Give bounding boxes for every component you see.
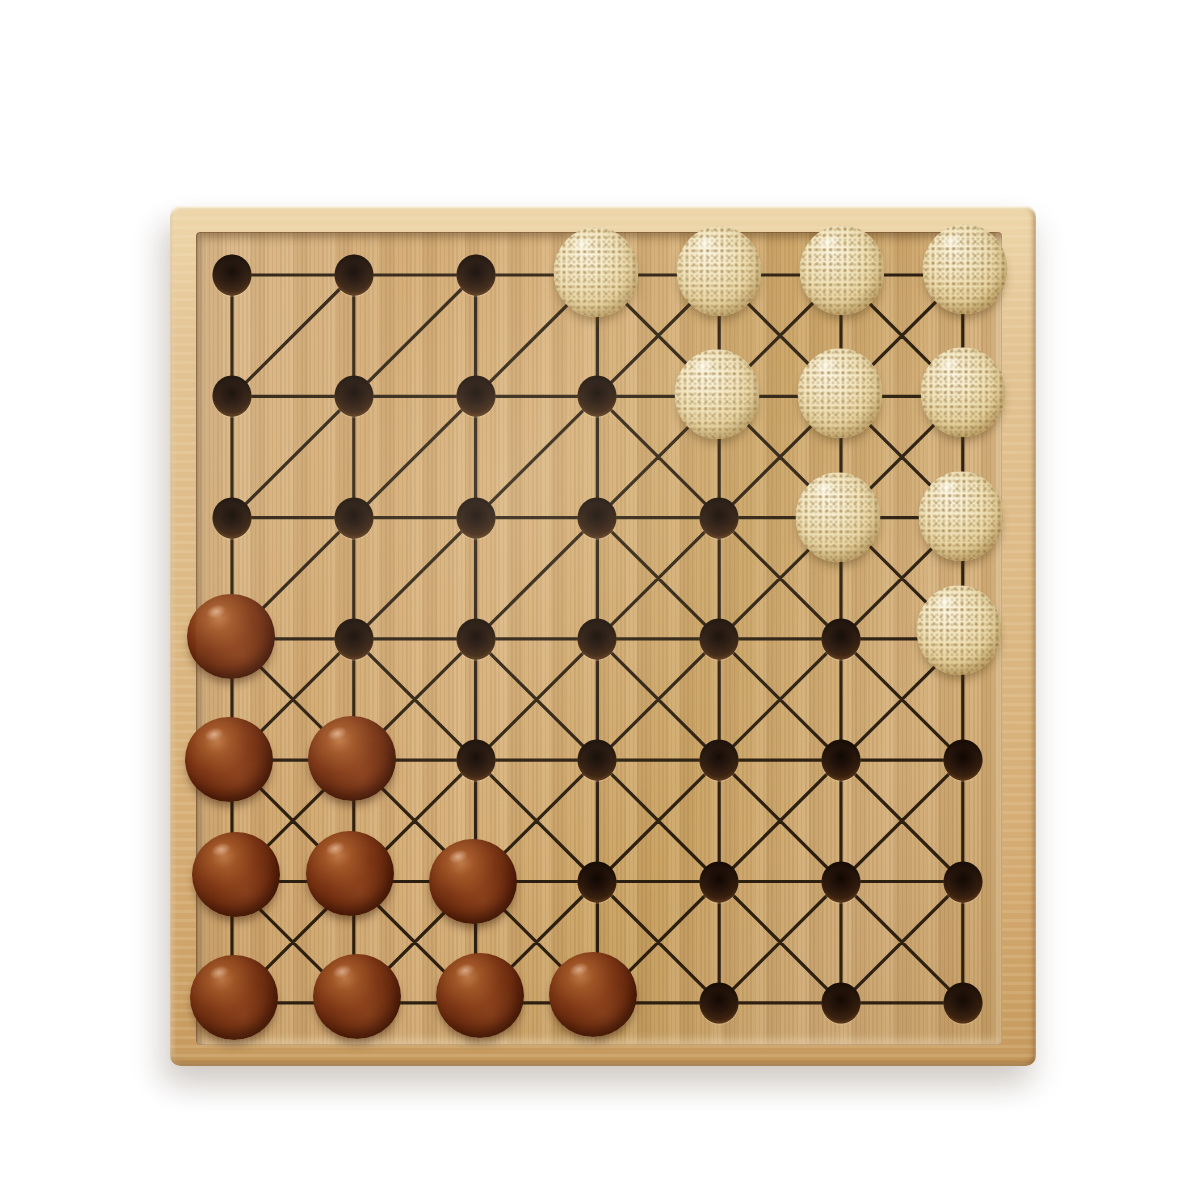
board-point[interactable] bbox=[700, 497, 739, 538]
light-ball[interactable] bbox=[800, 225, 885, 315]
board-point[interactable] bbox=[822, 861, 861, 902]
board-point[interactable] bbox=[456, 497, 495, 538]
board-point[interactable] bbox=[578, 618, 617, 659]
board-point[interactable] bbox=[822, 740, 861, 781]
board-point[interactable] bbox=[456, 618, 495, 659]
board-point[interactable] bbox=[943, 982, 982, 1023]
board-point[interactable] bbox=[943, 861, 982, 902]
board-point[interactable] bbox=[578, 376, 617, 417]
board-point[interactable] bbox=[213, 255, 252, 296]
board-point[interactable] bbox=[334, 497, 373, 538]
board-field bbox=[196, 232, 1002, 1045]
light-ball[interactable] bbox=[922, 224, 1007, 314]
dark-ball[interactable] bbox=[429, 838, 517, 923]
light-ball[interactable] bbox=[918, 471, 1003, 561]
board-point[interactable] bbox=[213, 376, 252, 417]
board-point[interactable] bbox=[700, 982, 739, 1023]
board-point[interactable] bbox=[700, 740, 739, 781]
light-ball[interactable] bbox=[677, 226, 762, 316]
board-point[interactable] bbox=[456, 740, 495, 781]
board-point[interactable] bbox=[700, 861, 739, 902]
dark-ball[interactable] bbox=[192, 831, 280, 916]
board-point[interactable] bbox=[822, 982, 861, 1023]
light-ball[interactable] bbox=[554, 227, 639, 317]
board-point[interactable] bbox=[456, 255, 495, 296]
light-ball[interactable] bbox=[675, 350, 760, 440]
dark-ball[interactable] bbox=[187, 594, 275, 679]
dark-ball[interactable] bbox=[185, 717, 273, 802]
dark-ball[interactable] bbox=[306, 830, 394, 915]
dark-ball[interactable] bbox=[436, 953, 524, 1038]
board-point[interactable] bbox=[334, 618, 373, 659]
light-ball[interactable] bbox=[920, 348, 1005, 438]
dark-ball[interactable] bbox=[308, 716, 396, 801]
board-point[interactable] bbox=[334, 376, 373, 417]
dark-ball[interactable] bbox=[549, 952, 637, 1037]
board-point[interactable] bbox=[213, 497, 252, 538]
light-ball[interactable] bbox=[916, 585, 1001, 675]
board-point[interactable] bbox=[700, 618, 739, 659]
board-point[interactable] bbox=[456, 376, 495, 417]
board-point[interactable] bbox=[578, 740, 617, 781]
dark-ball[interactable] bbox=[190, 955, 278, 1040]
board-point[interactable] bbox=[822, 618, 861, 659]
photo-canvas bbox=[0, 0, 1200, 1200]
board-point[interactable] bbox=[578, 497, 617, 538]
light-ball[interactable] bbox=[796, 472, 881, 562]
board-point[interactable] bbox=[578, 861, 617, 902]
board-point[interactable] bbox=[334, 255, 373, 296]
board-point[interactable] bbox=[943, 740, 982, 781]
game-board bbox=[170, 206, 1036, 1066]
dark-ball[interactable] bbox=[313, 954, 401, 1039]
light-ball[interactable] bbox=[798, 349, 883, 439]
